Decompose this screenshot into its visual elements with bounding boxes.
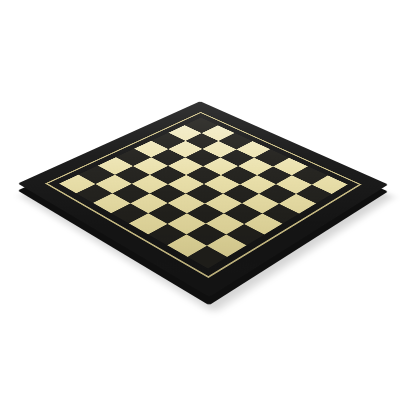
product-photo <box>0 0 400 400</box>
photo-tilt <box>0 0 400 400</box>
board-top-face <box>18 101 388 297</box>
